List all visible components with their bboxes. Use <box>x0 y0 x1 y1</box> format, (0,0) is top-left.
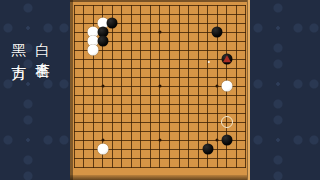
black-stone <box>212 27 223 38</box>
black-stone <box>202 144 213 155</box>
grid-line-horizontal <box>74 104 247 105</box>
last-move-triangle-marker <box>223 55 231 62</box>
white-player-name: 李世石 <box>35 51 50 54</box>
grid-line-horizontal <box>74 131 247 132</box>
white-stone <box>97 144 108 155</box>
left-info-panel: 白 李世石 黑 古力 <box>0 0 70 180</box>
right-info-panel: 第13届LG杯决赛第一局 09年2月23日 <box>250 0 320 180</box>
grid-line-vertical <box>198 5 199 168</box>
board-edge-bottom <box>70 175 250 180</box>
black-player-caption: 黑 古力 <box>11 33 26 55</box>
star-point <box>101 85 104 88</box>
black-stone <box>221 135 232 146</box>
grid-line-vertical <box>245 5 246 168</box>
grid-line-vertical <box>179 5 180 168</box>
board-edge-top <box>70 0 250 2</box>
white-label: 白 <box>35 31 51 32</box>
star-point <box>101 139 104 142</box>
white-player-caption: 白 李世石 <box>35 31 50 54</box>
black-player-name: 古力 <box>11 53 26 55</box>
highlight-circle-marker <box>221 116 233 128</box>
black-label: 黑 <box>11 33 27 34</box>
star-point <box>216 85 219 88</box>
grid-line-vertical <box>236 5 237 168</box>
star-point <box>158 139 161 142</box>
grid-line-vertical <box>169 5 170 168</box>
grid-line-horizontal <box>74 158 247 159</box>
grid-line-horizontal <box>74 113 247 114</box>
star-point <box>216 139 219 142</box>
black-stone <box>97 36 108 47</box>
grid-line-horizontal <box>74 167 247 168</box>
star-point <box>158 31 161 34</box>
grid-line-horizontal <box>74 95 247 96</box>
black-stone <box>107 18 118 29</box>
grid-line-vertical <box>188 5 189 168</box>
star-point <box>158 85 161 88</box>
white-stone <box>221 81 232 92</box>
go-broadcast-frame: 白 李世石 黑 古力 第13届LG杯决赛第一局 09年2月23日 <box>0 0 320 180</box>
go-board <box>70 0 250 180</box>
white-stone <box>88 45 99 56</box>
